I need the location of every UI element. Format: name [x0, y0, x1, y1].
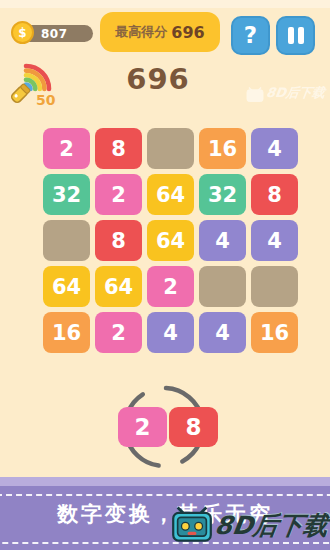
tile-16[interactable]: 16: [251, 312, 298, 353]
game-screen: $ 807 最高得分 696 ? 50 696: [0, 0, 330, 550]
tile-32[interactable]: 32: [43, 174, 90, 215]
top-highlight: [0, 0, 330, 8]
tile-8[interactable]: 8: [95, 220, 142, 261]
tile-4[interactable]: 4: [147, 312, 194, 353]
tile-2[interactable]: 2: [95, 174, 142, 215]
tile-2[interactable]: 2: [43, 128, 90, 169]
watermark-top: 8D后下载: [246, 84, 325, 102]
question-icon: ?: [244, 24, 257, 47]
banner-top-strip: [0, 477, 330, 486]
next-tiles: 28: [118, 407, 218, 447]
tile-4[interactable]: 4: [251, 128, 298, 169]
best-score-label: 最高得分: [115, 23, 167, 41]
blocked-cell[interactable]: [199, 266, 246, 307]
tv-robot-icon: [246, 87, 264, 102]
pause-button[interactable]: [276, 16, 315, 55]
pause-icon: [288, 27, 294, 44]
watermark-text: 8D后下载: [213, 509, 330, 542]
next-tile-2[interactable]: 2: [118, 407, 167, 447]
coin-counter[interactable]: $ 807: [13, 25, 93, 42]
tile-8[interactable]: 8: [95, 128, 142, 169]
tv-robot-icon: [171, 506, 213, 542]
tile-16[interactable]: 16: [199, 128, 246, 169]
tile-8[interactable]: 8: [251, 174, 298, 215]
best-score-box: 最高得分 696: [100, 12, 220, 52]
tile-64[interactable]: 64: [95, 266, 142, 307]
tile-16[interactable]: 16: [43, 312, 90, 353]
watermark-bottom: 8D后下载: [171, 506, 328, 542]
coin-icon: $: [11, 21, 34, 44]
coin-value: 807: [41, 27, 68, 41]
best-score-value: 696: [171, 23, 204, 42]
board: 281643226432886444646421624416: [43, 128, 298, 353]
tile-4[interactable]: 4: [199, 220, 246, 261]
tile-4[interactable]: 4: [199, 312, 246, 353]
next-tile-8[interactable]: 8: [169, 407, 218, 447]
help-button[interactable]: ?: [231, 16, 270, 55]
tile-2[interactable]: 2: [95, 312, 142, 353]
tile-64[interactable]: 64: [43, 266, 90, 307]
tile-2[interactable]: 2: [147, 266, 194, 307]
tile-32[interactable]: 32: [199, 174, 246, 215]
tile-64[interactable]: 64: [147, 174, 194, 215]
blocked-cell[interactable]: [251, 266, 298, 307]
tile-64[interactable]: 64: [147, 220, 194, 261]
blocked-cell[interactable]: [147, 128, 194, 169]
blocked-cell[interactable]: [43, 220, 90, 261]
watermark-text: 8D后下载: [265, 84, 326, 102]
tile-4[interactable]: 4: [251, 220, 298, 261]
